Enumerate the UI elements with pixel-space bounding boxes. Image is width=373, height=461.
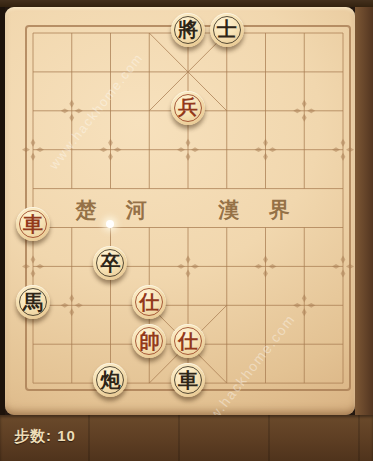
red-general-piece[interactable]: 帥 — [132, 324, 166, 358]
piece-glyph: 仕 — [139, 292, 159, 312]
frame-left-edge — [0, 7, 5, 415]
piece-glyph: 帥 — [139, 331, 159, 351]
red-soldier-piece[interactable]: 兵 — [171, 91, 205, 125]
piece-glyph: 將 — [178, 19, 198, 39]
piece-glyph: 炮 — [100, 370, 120, 390]
black-chariot-piece[interactable]: 車 — [171, 363, 205, 397]
black-cannon-piece[interactable]: 炮 — [93, 363, 127, 397]
red-advisor-piece[interactable]: 仕 — [132, 285, 166, 319]
piece-glyph: 馬 — [23, 292, 43, 312]
frame-right-edge — [355, 7, 373, 415]
status-bar: 步数: 10 — [0, 415, 373, 461]
black-horse-piece[interactable]: 馬 — [16, 285, 50, 319]
black-soldier-piece[interactable]: 卒 — [93, 246, 127, 280]
xiangqi-app-screen: 楚 河 漢 界 將士兵車卒馬仕帥仕炮車 www.hackhome.com www… — [0, 0, 373, 461]
piece-glyph: 士 — [217, 19, 237, 39]
red-chariot-piece[interactable]: 車 — [16, 207, 50, 241]
move-counter: 步数: 10 — [14, 427, 76, 446]
piece-grid[interactable]: 將士兵車卒馬仕帥仕炮車 — [14, 14, 363, 403]
red-advisor-piece[interactable]: 仕 — [171, 324, 205, 358]
piece-glyph: 車 — [178, 370, 198, 390]
piece-glyph: 車 — [23, 214, 43, 234]
move-highlight-dot — [106, 220, 114, 228]
xiangqi-board[interactable]: 楚 河 漢 界 將士兵車卒馬仕帥仕炮車 — [5, 7, 355, 415]
black-advisor-piece[interactable]: 士 — [210, 13, 244, 47]
piece-glyph: 兵 — [178, 97, 198, 117]
piece-glyph: 仕 — [178, 331, 198, 351]
black-general-piece[interactable]: 將 — [171, 13, 205, 47]
frame-top-edge — [0, 0, 373, 7]
piece-glyph: 卒 — [100, 253, 120, 273]
